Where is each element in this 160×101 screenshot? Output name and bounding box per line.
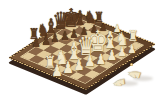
light-pawn: ♟ <box>107 48 117 62</box>
clasp-glint <box>130 63 133 66</box>
light-pawn: ♟ <box>117 45 126 58</box>
dark-pawn: ♟ <box>51 32 59 44</box>
light-pawn: ♟ <box>62 60 73 76</box>
light-pawn: ♟ <box>85 54 95 69</box>
dark-pawn: ♟ <box>31 36 40 49</box>
light-pawn: ♟ <box>51 63 62 79</box>
dark-pawn: ♟ <box>41 34 50 47</box>
light-pawn: ♟ <box>128 43 136 55</box>
light-pawn: ♟ <box>96 52 106 66</box>
light-pawn: ♟ <box>74 58 84 73</box>
chess-set-photo: ♜♞♝♚♛♟♟♟♝♟♞♟♜♟♟♜♟♞♟♝♟♚♟♛♟♝♟♞♟♜♟♟♞♟♞ <box>0 0 160 101</box>
light-knight-lying: ♞ <box>112 77 128 89</box>
